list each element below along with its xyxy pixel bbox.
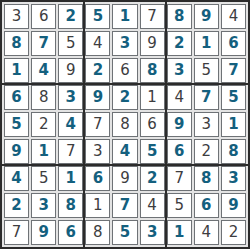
box-divider-horizontal-1 bbox=[2, 83, 248, 85]
cell-r4c9[interactable]: 5 bbox=[221, 85, 246, 110]
cell-r1c5[interactable]: 1 bbox=[112, 4, 137, 29]
cell-r3c7[interactable]: 3 bbox=[167, 58, 192, 83]
cell-r5c2: 2 bbox=[31, 112, 56, 137]
cell-r1c7[interactable]: 8 bbox=[167, 4, 192, 29]
cell-r7c8[interactable]: 8 bbox=[194, 166, 219, 191]
cell-r6c9[interactable]: 8 bbox=[221, 139, 246, 164]
cell-r7c2: 5 bbox=[31, 166, 56, 191]
cell-r2c1[interactable]: 8 bbox=[4, 31, 29, 56]
cell-r6c2[interactable]: 1 bbox=[31, 139, 56, 164]
cell-r5c8: 3 bbox=[194, 112, 219, 137]
cell-r8c9[interactable]: 9 bbox=[221, 193, 246, 218]
cell-r7c1[interactable]: 4 bbox=[4, 166, 29, 191]
cell-r2c4: 4 bbox=[85, 31, 110, 56]
box-divider-horizontal-2 bbox=[2, 164, 248, 166]
cell-r3c3: 9 bbox=[58, 58, 83, 83]
cell-r9c8: 4 bbox=[194, 220, 219, 245]
cell-r5c3[interactable]: 4 bbox=[58, 112, 83, 137]
cell-r3c1[interactable]: 1 bbox=[4, 58, 29, 83]
cell-r3c6[interactable]: 8 bbox=[140, 58, 165, 83]
sudoku-board: 3625178948754392161492683576839214755247… bbox=[0, 0, 250, 249]
cell-r2c8[interactable]: 1 bbox=[194, 31, 219, 56]
cell-r5c9[interactable]: 1 bbox=[221, 112, 246, 137]
cell-r9c2[interactable]: 9 bbox=[31, 220, 56, 245]
cell-r1c8[interactable]: 9 bbox=[194, 4, 219, 29]
cell-r7c6[interactable]: 2 bbox=[140, 166, 165, 191]
cell-r2c6: 9 bbox=[140, 31, 165, 56]
cell-r8c8[interactable]: 6 bbox=[194, 193, 219, 218]
cell-r4c7: 4 bbox=[167, 85, 192, 110]
cell-r1c6: 7 bbox=[140, 4, 165, 29]
cell-r6c3: 7 bbox=[58, 139, 83, 164]
cell-r8c3[interactable]: 8 bbox=[58, 193, 83, 218]
cell-r2c5[interactable]: 3 bbox=[112, 31, 137, 56]
cell-r9c3[interactable]: 6 bbox=[58, 220, 83, 245]
box-divider-vertical-1 bbox=[83, 2, 85, 247]
cell-r5c7[interactable]: 9 bbox=[167, 112, 192, 137]
cell-r2c3: 5 bbox=[58, 31, 83, 56]
cell-r9c5[interactable]: 5 bbox=[112, 220, 137, 245]
cell-r6c7[interactable]: 6 bbox=[167, 139, 192, 164]
cell-r3c5: 6 bbox=[112, 58, 137, 83]
cell-r7c9[interactable]: 3 bbox=[221, 166, 246, 191]
cell-r3c9[interactable]: 7 bbox=[221, 58, 246, 83]
cell-r8c7: 5 bbox=[167, 193, 192, 218]
cell-r7c4[interactable]: 6 bbox=[85, 166, 110, 191]
cell-r5c1[interactable]: 5 bbox=[4, 112, 29, 137]
cell-r4c4[interactable]: 9 bbox=[85, 85, 110, 110]
cell-r3c4[interactable]: 2 bbox=[85, 58, 110, 83]
cell-r8c6: 4 bbox=[140, 193, 165, 218]
cell-r2c9[interactable]: 6 bbox=[221, 31, 246, 56]
cell-r1c1: 3 bbox=[4, 4, 29, 29]
cell-r5c6: 6 bbox=[140, 112, 165, 137]
cell-r4c5[interactable]: 2 bbox=[112, 85, 137, 110]
cell-r9c7[interactable]: 1 bbox=[167, 220, 192, 245]
cell-r8c2[interactable]: 3 bbox=[31, 193, 56, 218]
cell-r6c1[interactable]: 9 bbox=[4, 139, 29, 164]
cell-r6c5[interactable]: 4 bbox=[112, 139, 137, 164]
cell-r3c2[interactable]: 4 bbox=[31, 58, 56, 83]
cell-r2c7[interactable]: 2 bbox=[167, 31, 192, 56]
cell-r8c1[interactable]: 2 bbox=[4, 193, 29, 218]
box-divider-vertical-2 bbox=[165, 2, 167, 247]
cell-r9c6[interactable]: 3 bbox=[140, 220, 165, 245]
cell-r1c3[interactable]: 2 bbox=[58, 4, 83, 29]
cell-r4c1[interactable]: 6 bbox=[4, 85, 29, 110]
cell-r4c8[interactable]: 7 bbox=[194, 85, 219, 110]
cell-r7c3[interactable]: 1 bbox=[58, 166, 83, 191]
cell-r9c4: 8 bbox=[85, 220, 110, 245]
cell-r7c5: 9 bbox=[112, 166, 137, 191]
cell-r1c9: 4 bbox=[221, 4, 246, 29]
cell-r6c4: 3 bbox=[85, 139, 110, 164]
cell-r6c8: 2 bbox=[194, 139, 219, 164]
cell-r3c8: 5 bbox=[194, 58, 219, 83]
cell-r7c7: 7 bbox=[167, 166, 192, 191]
cell-r9c9: 2 bbox=[221, 220, 246, 245]
cell-r1c4[interactable]: 5 bbox=[85, 4, 110, 29]
cell-r4c6: 1 bbox=[140, 85, 165, 110]
cell-r5c4: 7 bbox=[85, 112, 110, 137]
cell-r9c1: 7 bbox=[4, 220, 29, 245]
cell-r2c2[interactable]: 7 bbox=[31, 31, 56, 56]
cell-r4c3[interactable]: 3 bbox=[58, 85, 83, 110]
cell-r1c2: 6 bbox=[31, 4, 56, 29]
cell-r6c6[interactable]: 5 bbox=[140, 139, 165, 164]
cell-r4c2: 8 bbox=[31, 85, 56, 110]
cell-r8c4: 1 bbox=[85, 193, 110, 218]
cell-r8c5[interactable]: 7 bbox=[112, 193, 137, 218]
cell-r5c5: 8 bbox=[112, 112, 137, 137]
